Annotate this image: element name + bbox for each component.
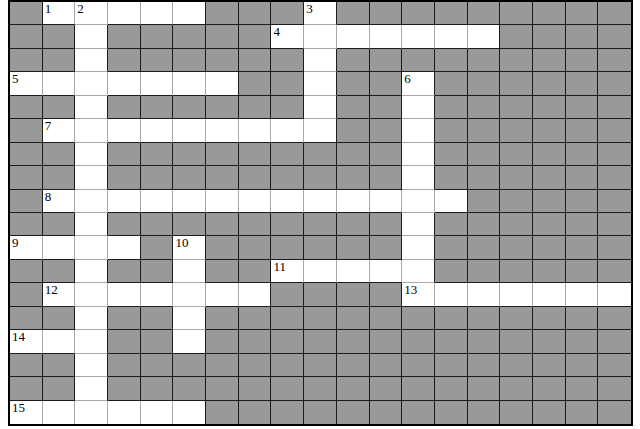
clue-number: 2 xyxy=(77,2,84,16)
crossword-cell[interactable]: 15 xyxy=(10,401,43,424)
crossword-cell[interactable] xyxy=(337,25,370,48)
block-cell xyxy=(10,377,43,400)
crossword-cell[interactable] xyxy=(402,213,435,236)
block-cell xyxy=(304,307,337,330)
crossword-cell[interactable] xyxy=(239,190,272,213)
crossword-cell[interactable] xyxy=(500,283,533,306)
block-cell xyxy=(141,307,174,330)
crossword-cell[interactable] xyxy=(304,190,337,213)
block-cell xyxy=(435,377,468,400)
block-cell xyxy=(566,96,599,119)
block-cell xyxy=(468,190,501,213)
block-cell xyxy=(337,283,370,306)
block-cell xyxy=(206,401,239,424)
block-cell xyxy=(435,119,468,142)
crossword-cell[interactable] xyxy=(141,401,174,424)
block-cell xyxy=(304,283,337,306)
block-cell xyxy=(566,260,599,283)
crossword-cell[interactable] xyxy=(533,283,566,306)
block-cell xyxy=(141,166,174,189)
block-cell xyxy=(468,143,501,166)
crossword-cell[interactable] xyxy=(75,72,108,95)
block-cell xyxy=(500,166,533,189)
crossword-cell[interactable]: 13 xyxy=(402,283,435,306)
block-cell xyxy=(370,119,403,142)
crossword-cell[interactable] xyxy=(435,283,468,306)
crossword-cell[interactable] xyxy=(43,330,76,353)
crossword-cell[interactable] xyxy=(173,401,206,424)
block-cell xyxy=(468,119,501,142)
block-cell xyxy=(43,25,76,48)
crossword-cell[interactable] xyxy=(304,25,337,48)
crossword-cell[interactable]: 10 xyxy=(173,236,206,259)
block-cell xyxy=(435,401,468,424)
clue-number: 7 xyxy=(45,119,52,133)
crossword-cell[interactable] xyxy=(173,2,206,25)
block-cell xyxy=(566,377,599,400)
block-cell xyxy=(533,236,566,259)
block-cell xyxy=(435,166,468,189)
block-cell xyxy=(435,72,468,95)
block-cell xyxy=(566,401,599,424)
crossword-cell[interactable]: 12 xyxy=(43,283,76,306)
crossword-cell[interactable] xyxy=(173,307,206,330)
block-cell xyxy=(173,96,206,119)
block-cell xyxy=(271,354,304,377)
crossword-cell[interactable] xyxy=(75,143,108,166)
crossword-cell[interactable] xyxy=(271,190,304,213)
block-cell xyxy=(271,72,304,95)
crossword-cell[interactable] xyxy=(141,2,174,25)
crossword-cell[interactable] xyxy=(370,260,403,283)
block-cell xyxy=(304,236,337,259)
crossword-cell[interactable] xyxy=(402,190,435,213)
block-cell xyxy=(533,143,566,166)
block-cell xyxy=(43,49,76,72)
block-cell xyxy=(271,166,304,189)
block-cell xyxy=(108,96,141,119)
crossword-cell[interactable] xyxy=(435,25,468,48)
crossword-cell[interactable] xyxy=(402,166,435,189)
block-cell xyxy=(206,2,239,25)
block-cell xyxy=(271,377,304,400)
crossword-cell[interactable] xyxy=(173,72,206,95)
crossword-cell[interactable] xyxy=(173,190,206,213)
block-cell xyxy=(271,96,304,119)
crossword-cell[interactable] xyxy=(75,119,108,142)
clue-number: 6 xyxy=(404,72,411,86)
crossword-cell[interactable] xyxy=(75,330,108,353)
block-cell xyxy=(43,143,76,166)
block-cell xyxy=(500,307,533,330)
block-cell xyxy=(337,213,370,236)
clue-number: 5 xyxy=(12,72,19,86)
block-cell xyxy=(239,213,272,236)
block-cell xyxy=(337,401,370,424)
block-cell xyxy=(43,260,76,283)
block-cell xyxy=(239,49,272,72)
crossword-cell[interactable] xyxy=(402,236,435,259)
block-cell xyxy=(500,354,533,377)
block-cell xyxy=(598,25,631,48)
block-cell xyxy=(173,354,206,377)
block-cell xyxy=(435,96,468,119)
crossword-cell[interactable] xyxy=(304,49,337,72)
block-cell xyxy=(500,25,533,48)
crossword-cell[interactable]: 3 xyxy=(304,2,337,25)
block-cell xyxy=(566,25,599,48)
block-cell xyxy=(566,166,599,189)
block-cell xyxy=(239,330,272,353)
crossword-cell[interactable] xyxy=(75,377,108,400)
block-cell xyxy=(598,401,631,424)
block-cell xyxy=(239,166,272,189)
crossword-cell[interactable] xyxy=(141,190,174,213)
block-cell xyxy=(239,72,272,95)
block-cell xyxy=(370,377,403,400)
block-cell xyxy=(337,72,370,95)
crossword-cell[interactable] xyxy=(402,143,435,166)
block-cell xyxy=(108,354,141,377)
clue-number: 8 xyxy=(45,190,52,204)
block-cell xyxy=(402,354,435,377)
clue-number: 11 xyxy=(273,260,286,274)
crossword-cell[interactable] xyxy=(75,49,108,72)
block-cell xyxy=(566,190,599,213)
block-cell xyxy=(173,143,206,166)
crossword-cell[interactable] xyxy=(75,307,108,330)
crossword-cell[interactable]: 6 xyxy=(402,72,435,95)
crossword-cell[interactable] xyxy=(304,72,337,95)
crossword-cell[interactable] xyxy=(141,283,174,306)
block-cell xyxy=(141,213,174,236)
block-cell xyxy=(108,49,141,72)
crossword-cell[interactable] xyxy=(239,119,272,142)
clue-number: 10 xyxy=(175,236,188,250)
block-cell xyxy=(108,260,141,283)
block-cell xyxy=(206,354,239,377)
clue-number: 3 xyxy=(306,2,313,16)
block-cell xyxy=(304,354,337,377)
block-cell xyxy=(370,2,403,25)
crossword-cell[interactable] xyxy=(141,119,174,142)
block-cell xyxy=(598,330,631,353)
crossword-cell[interactable] xyxy=(75,236,108,259)
block-cell xyxy=(206,236,239,259)
clue-number: 9 xyxy=(12,236,19,250)
block-cell xyxy=(500,119,533,142)
block-cell xyxy=(435,307,468,330)
block-cell xyxy=(533,213,566,236)
block-cell xyxy=(500,330,533,353)
crossword-cell[interactable] xyxy=(43,236,76,259)
block-cell xyxy=(533,401,566,424)
block-cell xyxy=(533,377,566,400)
block-cell xyxy=(500,143,533,166)
crossword-cell[interactable]: 2 xyxy=(75,2,108,25)
block-cell xyxy=(43,307,76,330)
crossword-cell[interactable]: 8 xyxy=(43,190,76,213)
block-cell xyxy=(108,213,141,236)
block-cell xyxy=(271,307,304,330)
block-cell xyxy=(402,49,435,72)
crossword-cell[interactable] xyxy=(75,213,108,236)
block-cell xyxy=(533,307,566,330)
block-cell xyxy=(533,119,566,142)
crossword-board: 123456789101112131415 xyxy=(8,0,633,426)
block-cell xyxy=(206,260,239,283)
block-cell xyxy=(533,72,566,95)
block-cell xyxy=(337,330,370,353)
block-cell xyxy=(206,307,239,330)
block-cell xyxy=(468,166,501,189)
block-cell xyxy=(108,307,141,330)
crossword-cell[interactable] xyxy=(304,119,337,142)
block-cell xyxy=(141,96,174,119)
crossword-cell[interactable] xyxy=(402,260,435,283)
block-cell xyxy=(370,307,403,330)
block-cell xyxy=(206,49,239,72)
crossword-cell[interactable]: 7 xyxy=(43,119,76,142)
crossword-cell[interactable] xyxy=(75,283,108,306)
crossword-cell[interactable] xyxy=(304,260,337,283)
crossword-cell[interactable] xyxy=(141,72,174,95)
block-cell xyxy=(337,166,370,189)
block-cell xyxy=(468,330,501,353)
block-cell xyxy=(370,283,403,306)
crossword-cell[interactable]: 5 xyxy=(10,72,43,95)
block-cell xyxy=(239,307,272,330)
block-cell xyxy=(500,2,533,25)
crossword-cell[interactable]: 1 xyxy=(43,2,76,25)
block-cell xyxy=(500,236,533,259)
block-cell xyxy=(598,96,631,119)
crossword-cell[interactable] xyxy=(402,25,435,48)
block-cell xyxy=(566,307,599,330)
block-cell xyxy=(141,49,174,72)
block-cell xyxy=(304,143,337,166)
block-cell xyxy=(304,166,337,189)
crossword-cell[interactable] xyxy=(206,283,239,306)
block-cell xyxy=(43,96,76,119)
block-cell xyxy=(566,143,599,166)
block-cell xyxy=(10,143,43,166)
crossword-cell[interactable] xyxy=(108,119,141,142)
crossword-cell[interactable] xyxy=(75,166,108,189)
block-cell xyxy=(108,143,141,166)
crossword-cell[interactable] xyxy=(173,119,206,142)
block-cell xyxy=(43,213,76,236)
block-cell xyxy=(533,354,566,377)
block-cell xyxy=(337,49,370,72)
block-cell xyxy=(10,190,43,213)
crossword-cell[interactable] xyxy=(75,401,108,424)
block-cell xyxy=(206,377,239,400)
block-cell xyxy=(370,49,403,72)
block-cell xyxy=(108,166,141,189)
block-cell xyxy=(566,330,599,353)
block-cell xyxy=(402,377,435,400)
crossword-cell[interactable] xyxy=(468,25,501,48)
crossword-cell[interactable] xyxy=(468,283,501,306)
crossword-cell[interactable] xyxy=(402,96,435,119)
block-cell xyxy=(108,377,141,400)
block-cell xyxy=(10,354,43,377)
block-cell xyxy=(500,190,533,213)
block-cell xyxy=(435,236,468,259)
crossword-cell[interactable] xyxy=(304,96,337,119)
crossword-cell[interactable]: 9 xyxy=(10,236,43,259)
block-cell xyxy=(598,236,631,259)
crossword-cell[interactable] xyxy=(43,401,76,424)
block-cell xyxy=(239,96,272,119)
block-cell xyxy=(206,96,239,119)
block-cell xyxy=(468,377,501,400)
block-cell xyxy=(533,96,566,119)
block-cell xyxy=(271,2,304,25)
block-cell xyxy=(566,2,599,25)
block-cell xyxy=(337,143,370,166)
block-cell xyxy=(173,377,206,400)
block-cell xyxy=(370,166,403,189)
block-cell xyxy=(598,49,631,72)
block-cell xyxy=(304,213,337,236)
block-cell xyxy=(598,72,631,95)
block-cell xyxy=(533,25,566,48)
crossword-cell[interactable] xyxy=(173,260,206,283)
block-cell xyxy=(337,119,370,142)
block-cell xyxy=(566,236,599,259)
block-cell xyxy=(141,143,174,166)
block-cell xyxy=(500,49,533,72)
block-cell xyxy=(239,354,272,377)
block-cell xyxy=(500,213,533,236)
crossword-cell[interactable] xyxy=(108,190,141,213)
crossword-cell[interactable] xyxy=(75,260,108,283)
block-cell xyxy=(566,119,599,142)
block-cell xyxy=(468,2,501,25)
block-cell xyxy=(500,72,533,95)
block-cell xyxy=(566,213,599,236)
block-cell xyxy=(271,283,304,306)
block-cell xyxy=(566,72,599,95)
clue-number: 15 xyxy=(12,401,25,415)
block-cell xyxy=(468,49,501,72)
crossword-cell[interactable] xyxy=(566,283,599,306)
block-cell xyxy=(370,354,403,377)
crossword-cell[interactable] xyxy=(239,283,272,306)
block-cell xyxy=(206,166,239,189)
block-cell xyxy=(598,260,631,283)
block-cell xyxy=(370,330,403,353)
block-cell xyxy=(533,260,566,283)
crossword-cell[interactable] xyxy=(108,283,141,306)
clue-number: 4 xyxy=(273,25,280,39)
block-cell xyxy=(468,213,501,236)
crossword-cell[interactable] xyxy=(206,190,239,213)
crossword-cell[interactable] xyxy=(108,2,141,25)
block-cell xyxy=(598,166,631,189)
block-cell xyxy=(337,377,370,400)
block-cell xyxy=(141,25,174,48)
block-cell xyxy=(566,354,599,377)
block-cell xyxy=(141,330,174,353)
block-cell xyxy=(435,354,468,377)
block-cell xyxy=(337,96,370,119)
block-cell xyxy=(206,143,239,166)
block-cell xyxy=(468,260,501,283)
crossword-cell[interactable] xyxy=(402,119,435,142)
block-cell xyxy=(271,401,304,424)
crossword-cell[interactable] xyxy=(108,236,141,259)
block-cell xyxy=(10,260,43,283)
crossword-cell[interactable] xyxy=(370,25,403,48)
block-cell xyxy=(435,2,468,25)
block-cell xyxy=(271,213,304,236)
page: 123456789101112131415 xyxy=(0,0,640,429)
block-cell xyxy=(43,377,76,400)
block-cell xyxy=(402,307,435,330)
crossword-cell[interactable] xyxy=(173,283,206,306)
block-cell xyxy=(239,377,272,400)
crossword-cell[interactable] xyxy=(271,119,304,142)
crossword-cell[interactable] xyxy=(206,72,239,95)
block-cell xyxy=(10,166,43,189)
crossword-cell[interactable] xyxy=(43,72,76,95)
crossword-cell[interactable] xyxy=(598,283,631,306)
crossword-cell[interactable] xyxy=(206,119,239,142)
block-cell xyxy=(598,377,631,400)
crossword-cell[interactable] xyxy=(75,354,108,377)
block-cell xyxy=(206,213,239,236)
block-cell xyxy=(239,143,272,166)
crossword-cell[interactable] xyxy=(337,260,370,283)
block-cell xyxy=(337,307,370,330)
crossword-cell[interactable] xyxy=(75,96,108,119)
crossword-cell[interactable] xyxy=(435,190,468,213)
block-cell xyxy=(402,2,435,25)
crossword-cell[interactable] xyxy=(108,401,141,424)
block-cell xyxy=(271,330,304,353)
block-cell xyxy=(370,236,403,259)
crossword-cell[interactable] xyxy=(108,72,141,95)
crossword-cell[interactable]: 11 xyxy=(271,260,304,283)
block-cell xyxy=(533,49,566,72)
block-cell xyxy=(402,330,435,353)
block-cell xyxy=(10,119,43,142)
crossword-cell[interactable] xyxy=(370,190,403,213)
block-cell xyxy=(370,401,403,424)
crossword-cell[interactable]: 14 xyxy=(10,330,43,353)
block-cell xyxy=(435,213,468,236)
block-cell xyxy=(141,260,174,283)
block-cell xyxy=(500,260,533,283)
crossword-cell[interactable]: 4 xyxy=(271,25,304,48)
crossword-cell[interactable] xyxy=(337,190,370,213)
block-cell xyxy=(304,377,337,400)
block-cell xyxy=(239,236,272,259)
crossword-cell[interactable] xyxy=(75,25,108,48)
block-cell xyxy=(271,236,304,259)
block-cell xyxy=(10,25,43,48)
block-cell xyxy=(468,236,501,259)
block-cell xyxy=(370,213,403,236)
block-cell xyxy=(598,2,631,25)
block-cell xyxy=(435,330,468,353)
crossword-cell[interactable] xyxy=(75,190,108,213)
crossword-cell[interactable] xyxy=(173,330,206,353)
block-cell xyxy=(173,25,206,48)
